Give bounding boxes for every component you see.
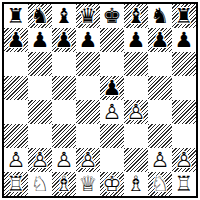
- square-h4[interactable]: [172, 100, 196, 124]
- piece-white-pawn[interactable]: ♙: [76, 148, 100, 172]
- square-d1[interactable]: ♛♕: [76, 172, 100, 196]
- square-a2[interactable]: ♟♙: [4, 148, 28, 172]
- piece-white-pawn[interactable]: ♙: [148, 148, 172, 172]
- square-e7[interactable]: [100, 28, 124, 52]
- square-e1[interactable]: ♚♔: [100, 172, 124, 196]
- square-h2[interactable]: ♟♙: [172, 148, 196, 172]
- square-e8[interactable]: ♚♚: [100, 4, 124, 28]
- square-a7[interactable]: ♟♟: [4, 28, 28, 52]
- square-h1[interactable]: ♜♖: [172, 172, 196, 196]
- square-c1[interactable]: ♝♗: [52, 172, 76, 196]
- square-b4[interactable]: [28, 100, 52, 124]
- piece-black-rook[interactable]: ♜: [4, 4, 28, 28]
- square-f7[interactable]: ♟♟: [124, 28, 148, 52]
- piece-white-pawn[interactable]: ♙: [4, 148, 28, 172]
- square-h8[interactable]: ♜♜: [172, 4, 196, 28]
- square-b5[interactable]: [28, 76, 52, 100]
- square-c4[interactable]: [52, 100, 76, 124]
- square-d8[interactable]: ♛♛: [76, 4, 100, 28]
- piece-white-rook[interactable]: ♖: [172, 172, 196, 196]
- square-f1[interactable]: ♝♗: [124, 172, 148, 196]
- square-d2[interactable]: ♟♙: [76, 148, 100, 172]
- piece-black-pawn[interactable]: ♟: [172, 28, 196, 52]
- piece-black-pawn[interactable]: ♟: [52, 28, 76, 52]
- square-b8[interactable]: ♞♞: [28, 4, 52, 28]
- piece-black-pawn[interactable]: ♟: [148, 28, 172, 52]
- square-g1[interactable]: ♞♘: [148, 172, 172, 196]
- square-h6[interactable]: [172, 52, 196, 76]
- square-e4[interactable]: ♟♙: [100, 100, 124, 124]
- piece-white-pawn[interactable]: ♙: [172, 148, 196, 172]
- piece-white-bishop[interactable]: ♗: [52, 172, 76, 196]
- piece-black-rook[interactable]: ♜: [172, 4, 196, 28]
- square-c7[interactable]: ♟♟: [52, 28, 76, 52]
- square-c8[interactable]: ♝♝: [52, 4, 76, 28]
- square-a3[interactable]: [4, 124, 28, 148]
- square-d5[interactable]: [76, 76, 100, 100]
- piece-white-bishop[interactable]: ♗: [124, 172, 148, 196]
- piece-white-knight[interactable]: ♘: [28, 172, 52, 196]
- piece-white-rook[interactable]: ♖: [4, 172, 28, 196]
- piece-black-queen[interactable]: ♛: [76, 4, 100, 28]
- piece-white-pawn[interactable]: ♙: [124, 100, 148, 124]
- chess-board: ♜♜♞♞♝♝♛♛♚♚♝♝♞♞♜♜♟♟♟♟♟♟♟♟♟♟♟♟♟♟♟♟♟♙♟♙♟♙♟♙…: [2, 2, 198, 198]
- square-g6[interactable]: [148, 52, 172, 76]
- square-b1[interactable]: ♞♘: [28, 172, 52, 196]
- square-b2[interactable]: ♟♙: [28, 148, 52, 172]
- square-c5[interactable]: [52, 76, 76, 100]
- square-f8[interactable]: ♝♝: [124, 4, 148, 28]
- square-b3[interactable]: [28, 124, 52, 148]
- square-d6[interactable]: [76, 52, 100, 76]
- square-a1[interactable]: ♜♖: [4, 172, 28, 196]
- square-a8[interactable]: ♜♜: [4, 4, 28, 28]
- piece-white-queen[interactable]: ♕: [76, 172, 100, 196]
- piece-black-pawn[interactable]: ♟: [100, 76, 124, 100]
- square-g7[interactable]: ♟♟: [148, 28, 172, 52]
- square-d4[interactable]: [76, 100, 100, 124]
- piece-black-pawn[interactable]: ♟: [28, 28, 52, 52]
- square-b7[interactable]: ♟♟: [28, 28, 52, 52]
- square-g5[interactable]: [148, 76, 172, 100]
- piece-black-bishop[interactable]: ♝: [124, 4, 148, 28]
- square-h3[interactable]: [172, 124, 196, 148]
- square-a4[interactable]: [4, 100, 28, 124]
- piece-white-pawn[interactable]: ♙: [28, 148, 52, 172]
- piece-black-bishop[interactable]: ♝: [52, 4, 76, 28]
- square-f6[interactable]: [124, 52, 148, 76]
- square-e3[interactable]: [100, 124, 124, 148]
- square-e6[interactable]: [100, 52, 124, 76]
- square-h7[interactable]: ♟♟: [172, 28, 196, 52]
- piece-white-king[interactable]: ♔: [100, 172, 124, 196]
- square-f3[interactable]: [124, 124, 148, 148]
- square-d7[interactable]: ♟♟: [76, 28, 100, 52]
- piece-black-pawn[interactable]: ♟: [76, 28, 100, 52]
- square-d3[interactable]: [76, 124, 100, 148]
- square-e2[interactable]: [100, 148, 124, 172]
- square-f4[interactable]: ♟♙: [124, 100, 148, 124]
- piece-black-pawn[interactable]: ♟: [4, 28, 28, 52]
- piece-black-king[interactable]: ♚: [100, 4, 124, 28]
- square-g4[interactable]: [148, 100, 172, 124]
- square-c2[interactable]: ♟♙: [52, 148, 76, 172]
- square-a6[interactable]: [4, 52, 28, 76]
- piece-black-knight[interactable]: ♞: [28, 4, 52, 28]
- square-f5[interactable]: [124, 76, 148, 100]
- square-a5[interactable]: [4, 76, 28, 100]
- square-g2[interactable]: ♟♙: [148, 148, 172, 172]
- piece-black-knight[interactable]: ♞: [148, 4, 172, 28]
- square-g8[interactable]: ♞♞: [148, 4, 172, 28]
- square-e5[interactable]: ♟♟: [100, 76, 124, 100]
- square-c6[interactable]: [52, 52, 76, 76]
- square-c3[interactable]: [52, 124, 76, 148]
- piece-white-pawn[interactable]: ♙: [100, 100, 124, 124]
- piece-white-knight[interactable]: ♘: [148, 172, 172, 196]
- square-f2[interactable]: [124, 148, 148, 172]
- piece-white-pawn[interactable]: ♙: [52, 148, 76, 172]
- square-h5[interactable]: [172, 76, 196, 100]
- piece-black-pawn[interactable]: ♟: [124, 28, 148, 52]
- square-b6[interactable]: [28, 52, 52, 76]
- square-g3[interactable]: [148, 124, 172, 148]
